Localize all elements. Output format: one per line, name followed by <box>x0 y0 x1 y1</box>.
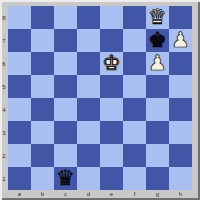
square-g6[interactable]: ♟ <box>146 52 169 75</box>
square-e5[interactable] <box>100 75 123 98</box>
rank-label-5: 5 <box>0 75 8 98</box>
rank-label-6: 6 <box>0 52 8 75</box>
square-c2[interactable] <box>54 144 77 167</box>
square-b6[interactable] <box>31 52 54 75</box>
square-c5[interactable] <box>54 75 77 98</box>
square-d5[interactable] <box>77 75 100 98</box>
file-label-e: e <box>100 190 123 198</box>
file-label-f: f <box>123 190 146 198</box>
piece-white-queen[interactable]: ♛ <box>148 6 167 29</box>
square-c4[interactable] <box>54 98 77 121</box>
square-e3[interactable] <box>100 121 123 144</box>
square-c6[interactable] <box>54 52 77 75</box>
square-a5[interactable] <box>8 75 31 98</box>
square-a4[interactable] <box>8 98 31 121</box>
square-b8[interactable] <box>31 6 54 29</box>
square-h3[interactable] <box>169 121 192 144</box>
square-a7[interactable] <box>8 29 31 52</box>
square-h4[interactable] <box>169 98 192 121</box>
square-d3[interactable] <box>77 121 100 144</box>
square-c8[interactable] <box>54 6 77 29</box>
square-c3[interactable] <box>54 121 77 144</box>
square-f1[interactable] <box>123 167 146 190</box>
rank-label-2: 2 <box>0 144 8 167</box>
chess-diagram-frame: 87654321 ♛♚♟♚♟♛ abcdefgh <box>0 0 200 200</box>
square-h7[interactable]: ♟ <box>169 29 192 52</box>
rank-label-8: 8 <box>0 6 8 29</box>
rank-label-4: 4 <box>0 98 8 121</box>
rank-label-3: 3 <box>0 121 8 144</box>
square-h6[interactable] <box>169 52 192 75</box>
square-b3[interactable] <box>31 121 54 144</box>
square-a2[interactable] <box>8 144 31 167</box>
chess-board[interactable]: ♛♚♟♚♟♛ <box>8 6 192 190</box>
square-d6[interactable] <box>77 52 100 75</box>
square-d8[interactable] <box>77 6 100 29</box>
square-e4[interactable] <box>100 98 123 121</box>
square-a3[interactable] <box>8 121 31 144</box>
piece-white-pawn[interactable]: ♟ <box>171 29 190 52</box>
square-g1[interactable] <box>146 167 169 190</box>
square-b2[interactable] <box>31 144 54 167</box>
file-label-g: g <box>146 190 169 198</box>
square-g2[interactable] <box>146 144 169 167</box>
piece-white-pawn[interactable]: ♟ <box>148 52 167 75</box>
square-a8[interactable] <box>8 6 31 29</box>
square-g3[interactable] <box>146 121 169 144</box>
square-h2[interactable] <box>169 144 192 167</box>
square-g5[interactable] <box>146 75 169 98</box>
square-b7[interactable] <box>31 29 54 52</box>
square-e2[interactable] <box>100 144 123 167</box>
square-e8[interactable] <box>100 6 123 29</box>
square-f8[interactable] <box>123 6 146 29</box>
square-f2[interactable] <box>123 144 146 167</box>
square-d2[interactable] <box>77 144 100 167</box>
square-e6[interactable]: ♚ <box>100 52 123 75</box>
rank-label-1: 1 <box>0 167 8 190</box>
square-d1[interactable] <box>77 167 100 190</box>
file-labels: abcdefgh <box>8 190 192 198</box>
square-f5[interactable] <box>123 75 146 98</box>
file-label-d: d <box>77 190 100 198</box>
square-e7[interactable] <box>100 29 123 52</box>
square-c1[interactable]: ♛ <box>54 167 77 190</box>
file-label-c: c <box>54 190 77 198</box>
piece-black-king[interactable]: ♚ <box>148 29 167 52</box>
piece-white-king[interactable]: ♚ <box>102 52 121 75</box>
square-c7[interactable] <box>54 29 77 52</box>
square-d7[interactable] <box>77 29 100 52</box>
square-g7[interactable]: ♚ <box>146 29 169 52</box>
square-f4[interactable] <box>123 98 146 121</box>
square-h5[interactable] <box>169 75 192 98</box>
square-h1[interactable] <box>169 167 192 190</box>
file-label-a: a <box>8 190 31 198</box>
rank-labels: 87654321 <box>0 6 8 190</box>
square-h8[interactable] <box>169 6 192 29</box>
square-f6[interactable] <box>123 52 146 75</box>
square-a1[interactable] <box>8 167 31 190</box>
rank-label-7: 7 <box>0 29 8 52</box>
square-b1[interactable] <box>31 167 54 190</box>
square-g8[interactable]: ♛ <box>146 6 169 29</box>
piece-black-queen[interactable]: ♛ <box>56 167 75 190</box>
square-b5[interactable] <box>31 75 54 98</box>
square-f7[interactable] <box>123 29 146 52</box>
square-b4[interactable] <box>31 98 54 121</box>
square-f3[interactable] <box>123 121 146 144</box>
file-label-b: b <box>31 190 54 198</box>
square-e1[interactable] <box>100 167 123 190</box>
square-a6[interactable] <box>8 52 31 75</box>
file-label-h: h <box>169 190 192 198</box>
square-g4[interactable] <box>146 98 169 121</box>
square-d4[interactable] <box>77 98 100 121</box>
